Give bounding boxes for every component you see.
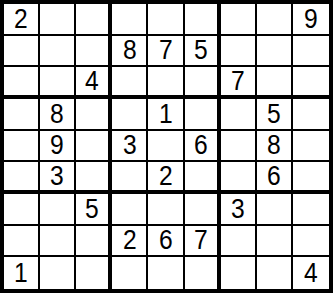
cell-r7c5[interactable] <box>148 194 184 226</box>
cell-r3c3[interactable]: 4 <box>76 67 112 99</box>
cell-r4c3[interactable] <box>76 99 112 131</box>
given-digit: 4 <box>304 259 318 287</box>
cell-r7c3[interactable]: 5 <box>76 194 112 226</box>
cell-r3c9[interactable] <box>293 67 329 99</box>
cell-r3c7[interactable]: 7 <box>221 67 257 99</box>
given-digit: 5 <box>267 100 281 128</box>
cell-r6c2[interactable]: 3 <box>40 162 76 194</box>
cell-r1c7[interactable] <box>221 4 257 36</box>
cell-r6c1[interactable] <box>4 162 40 194</box>
cell-r7c1[interactable] <box>4 194 40 226</box>
cell-r8c9[interactable] <box>293 226 329 258</box>
cell-r4c6[interactable] <box>185 99 221 131</box>
given-digit: 8 <box>267 131 281 159</box>
cell-r2c1[interactable] <box>4 36 40 68</box>
given-digit: 7 <box>231 67 245 95</box>
cell-r4c9[interactable] <box>293 99 329 131</box>
cell-r3c2[interactable] <box>40 67 76 99</box>
cell-r9c9[interactable]: 4 <box>293 257 329 289</box>
cell-r3c8[interactable] <box>257 67 293 99</box>
given-digit: 6 <box>267 162 281 190</box>
cell-r4c4[interactable] <box>112 99 148 131</box>
cell-r2c9[interactable] <box>293 36 329 68</box>
given-digit: 6 <box>194 131 208 159</box>
given-digit: 3 <box>50 162 64 190</box>
cell-r1c3[interactable] <box>76 4 112 36</box>
sudoku-puzzle: 298754781593683265326714 <box>0 0 333 293</box>
cell-r8c3[interactable] <box>76 226 112 258</box>
cell-r7c2[interactable] <box>40 194 76 226</box>
cell-r8c8[interactable] <box>257 226 293 258</box>
cell-r7c6[interactable] <box>185 194 221 226</box>
given-digit: 9 <box>304 5 318 33</box>
cell-r5c3[interactable] <box>76 131 112 163</box>
cell-r7c7[interactable]: 3 <box>221 194 257 226</box>
given-digit: 2 <box>123 226 137 254</box>
given-digit: 7 <box>194 226 208 254</box>
cell-r5c2[interactable]: 9 <box>40 131 76 163</box>
cell-r6c7[interactable] <box>221 162 257 194</box>
cell-r5c5[interactable] <box>148 131 184 163</box>
given-digit: 9 <box>50 131 64 159</box>
cell-r1c9[interactable]: 9 <box>293 4 329 36</box>
cell-r9c1[interactable]: 1 <box>4 257 40 289</box>
given-digit: 5 <box>194 36 208 64</box>
cell-r7c4[interactable] <box>112 194 148 226</box>
cell-r9c4[interactable] <box>112 257 148 289</box>
cell-r4c1[interactable] <box>4 99 40 131</box>
given-digit: 6 <box>159 226 173 254</box>
given-digit: 8 <box>50 100 64 128</box>
cell-r1c8[interactable] <box>257 4 293 36</box>
cell-r6c8[interactable]: 6 <box>257 162 293 194</box>
cell-r6c4[interactable] <box>112 162 148 194</box>
cell-r6c9[interactable] <box>293 162 329 194</box>
cell-r4c2[interactable]: 8 <box>40 99 76 131</box>
cell-r9c7[interactable] <box>221 257 257 289</box>
given-digit: 3 <box>231 195 245 223</box>
cell-r5c4[interactable]: 3 <box>112 131 148 163</box>
cell-r8c1[interactable] <box>4 226 40 258</box>
cell-r8c4[interactable]: 2 <box>112 226 148 258</box>
cell-r3c4[interactable] <box>112 67 148 99</box>
cell-r4c5[interactable]: 1 <box>148 99 184 131</box>
cell-r4c7[interactable] <box>221 99 257 131</box>
cell-r2c5[interactable]: 7 <box>148 36 184 68</box>
cell-r2c3[interactable] <box>76 36 112 68</box>
cell-r7c9[interactable] <box>293 194 329 226</box>
cell-r2c8[interactable] <box>257 36 293 68</box>
sudoku-board: 298754781593683265326714 <box>0 0 333 293</box>
cell-r9c6[interactable] <box>185 257 221 289</box>
cell-r3c5[interactable] <box>148 67 184 99</box>
cell-r5c9[interactable] <box>293 131 329 163</box>
given-digit: 2 <box>14 5 28 33</box>
cell-r1c4[interactable] <box>112 4 148 36</box>
cell-r5c8[interactable]: 8 <box>257 131 293 163</box>
cell-r5c7[interactable] <box>221 131 257 163</box>
cell-r8c2[interactable] <box>40 226 76 258</box>
given-digit: 5 <box>85 195 99 223</box>
given-digit: 1 <box>159 100 173 128</box>
given-digit: 7 <box>159 36 173 64</box>
cell-r9c2[interactable] <box>40 257 76 289</box>
cell-r8c5[interactable]: 6 <box>148 226 184 258</box>
cell-r1c1[interactable]: 2 <box>4 4 40 36</box>
given-digit: 8 <box>123 36 137 64</box>
given-digit: 1 <box>14 259 28 287</box>
cell-r8c7[interactable] <box>221 226 257 258</box>
cell-r6c3[interactable] <box>76 162 112 194</box>
given-digit: 2 <box>159 162 173 190</box>
cell-r9c3[interactable] <box>76 257 112 289</box>
cell-r5c6[interactable]: 6 <box>185 131 221 163</box>
cell-r2c4[interactable]: 8 <box>112 36 148 68</box>
cell-r6c6[interactable] <box>185 162 221 194</box>
cell-r6c5[interactable]: 2 <box>148 162 184 194</box>
cell-r3c1[interactable] <box>4 67 40 99</box>
cell-r9c8[interactable] <box>257 257 293 289</box>
cell-r1c5[interactable] <box>148 4 184 36</box>
cell-r4c8[interactable]: 5 <box>257 99 293 131</box>
given-digit: 3 <box>123 131 137 159</box>
cell-r2c6[interactable]: 5 <box>185 36 221 68</box>
cell-r5c1[interactable] <box>4 131 40 163</box>
cell-r1c6[interactable] <box>185 4 221 36</box>
cell-r3c6[interactable] <box>185 67 221 99</box>
cell-r1c2[interactable] <box>40 4 76 36</box>
cell-r7c8[interactable] <box>257 194 293 226</box>
cell-r2c2[interactable] <box>40 36 76 68</box>
cell-r2c7[interactable] <box>221 36 257 68</box>
cell-r8c6[interactable]: 7 <box>185 226 221 258</box>
cell-r9c5[interactable] <box>148 257 184 289</box>
given-digit: 4 <box>85 67 99 95</box>
